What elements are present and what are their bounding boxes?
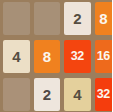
tile-value: 8 — [99, 11, 107, 26]
tile-value: 32 — [71, 50, 84, 63]
tile-value: 16 — [97, 50, 110, 63]
tile-32-r2c3: 32 — [95, 78, 113, 111]
tile-2-r2c1: 2 — [34, 78, 61, 111]
tile-2-r0c2: 2 — [64, 2, 91, 35]
empty-cell-r2c0 — [3, 78, 30, 111]
empty-cell-r0c1 — [34, 2, 61, 35]
tile-value: 32 — [97, 88, 110, 101]
tile-16-r1c3: 16 — [95, 40, 113, 73]
tile-32-r1c2: 32 — [64, 40, 91, 73]
tile-value: 4 — [73, 87, 81, 102]
tile-8-r1c1: 8 — [34, 40, 61, 73]
2048-board[interactable]: 284832162432 — [0, 0, 112, 112]
tile-4-r2c2: 4 — [64, 78, 91, 111]
tile-value: 2 — [73, 11, 81, 26]
tile-value: 4 — [12, 49, 20, 64]
tile-value: 8 — [43, 49, 51, 64]
tile-8-r0c3: 8 — [95, 2, 113, 35]
tile-4-r1c0: 4 — [3, 40, 30, 73]
tile-value: 2 — [43, 87, 51, 102]
empty-cell-r0c0 — [3, 2, 30, 35]
